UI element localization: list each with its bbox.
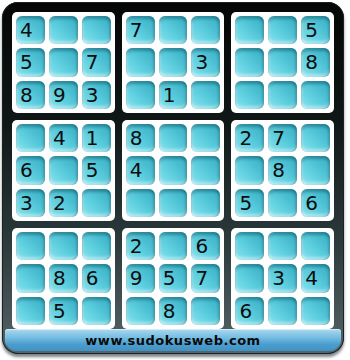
cell-r6c1[interactable]: 3 xyxy=(16,189,45,217)
cell-r9c5[interactable]: 8 xyxy=(159,297,188,325)
footer-bar: www.sudokusweb.com xyxy=(5,329,341,351)
cell-r5c3[interactable]: 5 xyxy=(82,156,111,184)
cell-digit: 6 xyxy=(239,301,252,321)
cell-r8c8[interactable]: 3 xyxy=(268,264,297,292)
cell-r3c6[interactable] xyxy=(191,81,220,109)
cell-r5c7[interactable] xyxy=(235,156,264,184)
cell-r7c3[interactable] xyxy=(82,232,111,260)
board-frame: 457893731584165328427856865269578346 www… xyxy=(2,2,344,354)
cell-r1c5[interactable] xyxy=(159,16,188,44)
cell-r3c5[interactable]: 1 xyxy=(159,81,188,109)
cell-r7c6[interactable]: 6 xyxy=(191,232,220,260)
cell-r2c4[interactable] xyxy=(126,48,155,76)
cell-digit: 3 xyxy=(86,85,99,105)
cell-digit: 6 xyxy=(86,268,99,288)
cell-digit: 8 xyxy=(53,268,66,288)
cell-digit: 5 xyxy=(20,52,33,72)
cell-r9c7[interactable]: 6 xyxy=(235,297,264,325)
cell-r7c4[interactable]: 2 xyxy=(126,232,155,260)
cell-r6c7[interactable]: 5 xyxy=(235,189,264,217)
cell-digit: 7 xyxy=(130,20,143,40)
cell-r3c7[interactable] xyxy=(235,81,264,109)
cell-r6c5[interactable] xyxy=(159,189,188,217)
cell-digit: 5 xyxy=(239,193,252,213)
box-r2c0: 865 xyxy=(12,228,115,329)
cell-digit: 2 xyxy=(130,236,143,256)
box-r0c0: 457893 xyxy=(12,12,115,113)
cell-r1c6[interactable] xyxy=(191,16,220,44)
cell-digit: 8 xyxy=(130,128,143,148)
cell-r7c7[interactable] xyxy=(235,232,264,260)
cell-r6c8[interactable] xyxy=(268,189,297,217)
cell-r7c5[interactable] xyxy=(159,232,188,260)
cell-digit: 5 xyxy=(86,160,99,180)
cell-digit: 9 xyxy=(53,85,66,105)
cell-digit: 3 xyxy=(20,193,33,213)
cell-r8c1[interactable] xyxy=(16,264,45,292)
cell-r4c1[interactable] xyxy=(16,124,45,152)
cell-digit: 6 xyxy=(20,160,33,180)
cell-digit: 7 xyxy=(86,52,99,72)
cell-r1c7[interactable] xyxy=(235,16,264,44)
cell-digit: 4 xyxy=(20,20,33,40)
cell-digit: 5 xyxy=(53,301,66,321)
cell-r8c7[interactable] xyxy=(235,264,264,292)
cell-r6c4[interactable] xyxy=(126,189,155,217)
cell-digit: 2 xyxy=(53,193,66,213)
cell-digit: 3 xyxy=(272,268,285,288)
cell-r4c6[interactable] xyxy=(191,124,220,152)
cell-r8c2[interactable]: 8 xyxy=(49,264,78,292)
cell-r8c3[interactable]: 6 xyxy=(82,264,111,292)
site-url: www.sudokusweb.com xyxy=(85,333,260,348)
cell-r3c2[interactable]: 9 xyxy=(49,81,78,109)
cell-r3c8[interactable] xyxy=(268,81,297,109)
cell-r1c8[interactable] xyxy=(268,16,297,44)
cell-digit: 9 xyxy=(130,268,143,288)
cell-digit: 8 xyxy=(272,160,285,180)
cell-r1c1[interactable]: 4 xyxy=(16,16,45,44)
cell-r2c8[interactable] xyxy=(268,48,297,76)
cell-r5c8[interactable]: 8 xyxy=(268,156,297,184)
cell-digit: 4 xyxy=(305,268,318,288)
cell-r5c9[interactable] xyxy=(301,156,330,184)
cell-r6c3[interactable] xyxy=(82,189,111,217)
cell-r5c1[interactable]: 6 xyxy=(16,156,45,184)
cell-r6c9[interactable]: 6 xyxy=(301,189,330,217)
cell-r4c5[interactable] xyxy=(159,124,188,152)
cell-r3c3[interactable]: 3 xyxy=(82,81,111,109)
cell-r2c1[interactable]: 5 xyxy=(16,48,45,76)
cell-digit: 5 xyxy=(305,20,318,40)
box-r2c2: 346 xyxy=(231,228,334,329)
cell-r9c8[interactable] xyxy=(268,297,297,325)
cell-r3c1[interactable]: 8 xyxy=(16,81,45,109)
cell-r8c4[interactable]: 9 xyxy=(126,264,155,292)
cell-r3c9[interactable] xyxy=(301,81,330,109)
cell-digit: 1 xyxy=(163,85,176,105)
cell-digit: 4 xyxy=(130,160,143,180)
cell-r2c3[interactable]: 7 xyxy=(82,48,111,76)
cell-digit: 7 xyxy=(196,268,209,288)
cell-r9c9[interactable] xyxy=(301,297,330,325)
cell-r4c7[interactable]: 2 xyxy=(235,124,264,152)
cell-r1c4[interactable]: 7 xyxy=(126,16,155,44)
cell-r2c6[interactable]: 3 xyxy=(191,48,220,76)
cell-r9c6[interactable] xyxy=(191,297,220,325)
cell-r2c5[interactable] xyxy=(159,48,188,76)
cell-r3c4[interactable] xyxy=(126,81,155,109)
cell-digit: 6 xyxy=(305,193,318,213)
cell-r7c9[interactable] xyxy=(301,232,330,260)
cell-r1c2[interactable] xyxy=(49,16,78,44)
cell-digit: 5 xyxy=(163,268,176,288)
cell-digit: 3 xyxy=(196,52,209,72)
cell-r8c9[interactable]: 4 xyxy=(301,264,330,292)
cell-r4c9[interactable] xyxy=(301,124,330,152)
cell-digit: 6 xyxy=(196,236,209,256)
cell-r4c4[interactable]: 8 xyxy=(126,124,155,152)
cell-r4c2[interactable]: 4 xyxy=(49,124,78,152)
cell-r7c8[interactable] xyxy=(268,232,297,260)
box-r1c0: 416532 xyxy=(12,120,115,221)
cell-r5c2[interactable] xyxy=(49,156,78,184)
cell-r7c2[interactable] xyxy=(49,232,78,260)
cell-digit: 4 xyxy=(53,128,66,148)
cell-digit: 7 xyxy=(272,128,285,148)
cell-r4c3[interactable]: 1 xyxy=(82,124,111,152)
cell-r9c2[interactable]: 5 xyxy=(49,297,78,325)
cell-digit: 8 xyxy=(163,301,176,321)
box-r0c1: 731 xyxy=(122,12,225,113)
cell-r5c6[interactable] xyxy=(191,156,220,184)
cell-r2c2[interactable] xyxy=(49,48,78,76)
cell-r9c4[interactable] xyxy=(126,297,155,325)
cell-digit: 8 xyxy=(305,52,318,72)
cell-r5c4[interactable]: 4 xyxy=(126,156,155,184)
cell-r2c7[interactable] xyxy=(235,48,264,76)
cell-r9c3[interactable] xyxy=(82,297,111,325)
box-r1c1: 84 xyxy=(122,120,225,221)
cell-r7c1[interactable] xyxy=(16,232,45,260)
cell-r5c5[interactable] xyxy=(159,156,188,184)
sudoku-board: 457893731584165328427856865269578346 xyxy=(12,12,334,329)
cell-r8c6[interactable]: 7 xyxy=(191,264,220,292)
cell-digit: 2 xyxy=(239,128,252,148)
cell-r1c9[interactable]: 5 xyxy=(301,16,330,44)
cell-r6c2[interactable]: 2 xyxy=(49,189,78,217)
cell-digit: 1 xyxy=(86,128,99,148)
cell-r2c9[interactable]: 8 xyxy=(301,48,330,76)
cell-r9c1[interactable] xyxy=(16,297,45,325)
box-r2c1: 269578 xyxy=(122,228,225,329)
cell-r4c8[interactable]: 7 xyxy=(268,124,297,152)
cell-digit: 8 xyxy=(20,85,33,105)
box-r0c2: 58 xyxy=(231,12,334,113)
box-r1c2: 27856 xyxy=(231,120,334,221)
cell-r8c5[interactable]: 5 xyxy=(159,264,188,292)
cell-r6c6[interactable] xyxy=(191,189,220,217)
cell-r1c3[interactable] xyxy=(82,16,111,44)
sudoku-screenshot: 457893731584165328427856865269578346 www… xyxy=(0,0,350,360)
